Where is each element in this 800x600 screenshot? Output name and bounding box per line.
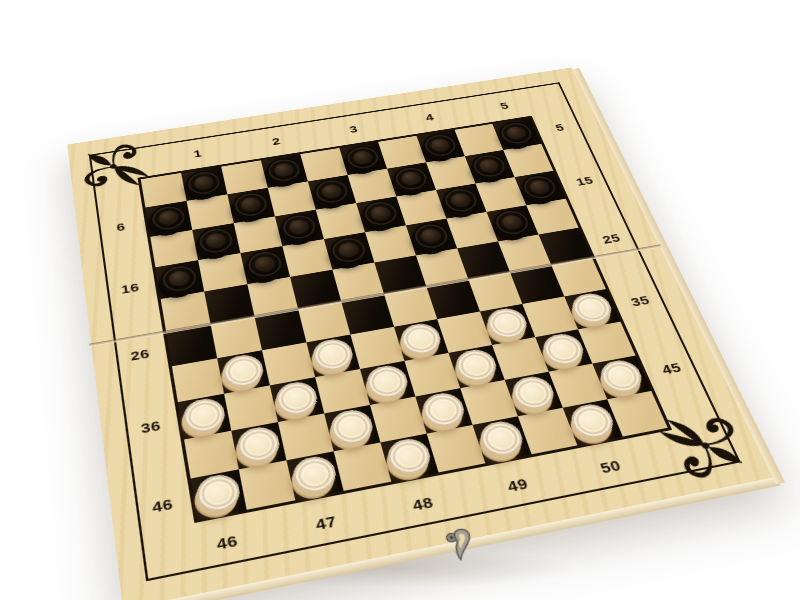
label-bottom-4: 50 — [597, 456, 623, 476]
label-left-1: 16 — [120, 280, 140, 296]
label-top-2: 3 — [348, 123, 359, 135]
label-left-3: 36 — [140, 417, 162, 436]
label-top-0: 1 — [192, 147, 203, 159]
label-right-4: 45 — [659, 359, 684, 377]
label-bottom-0: 46 — [215, 531, 239, 552]
wooden-board: 123454647484950616263646515253545 — [67, 67, 773, 600]
label-left-2: 26 — [129, 345, 150, 362]
label-bottom-1: 47 — [314, 512, 339, 533]
label-left-0: 6 — [116, 220, 127, 233]
photo-stage: 123454647484950616263646515253545 — [0, 0, 800, 600]
label-right-0: 5 — [553, 121, 566, 133]
label-top-3: 4 — [424, 111, 436, 123]
label-right-2: 25 — [600, 231, 622, 246]
label-right-3: 35 — [628, 292, 652, 308]
label-bottom-2: 48 — [410, 493, 435, 514]
label-bottom-3: 49 — [505, 474, 530, 494]
label-top-4: 5 — [498, 100, 510, 111]
label-right-1: 15 — [574, 174, 595, 188]
label-top-1: 2 — [271, 135, 282, 147]
board-scene: 123454647484950616263646515253545 — [67, 67, 773, 600]
label-left-4: 46 — [151, 495, 174, 516]
square-number-labels: 123454647484950616263646515253545 — [67, 67, 773, 600]
